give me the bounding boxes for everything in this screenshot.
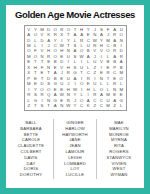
grid-cell[interactable]: C <box>78 104 85 109</box>
puzzle-frame: Golden Age Movie Actresses VYMDOROTHYJSF… <box>0 0 150 194</box>
grid-cell[interactable]: W <box>65 104 72 109</box>
grid-cell[interactable]: L <box>118 104 125 109</box>
grid-cell[interactable]: N <box>58 104 65 109</box>
word-item: WYMAN <box>110 172 127 178</box>
grid-cell[interactable]: C <box>98 104 105 109</box>
grid-cell[interactable]: S <box>39 104 46 109</box>
puzzle-card: Golden Age Movie Actresses VYMDOROTHYJSF… <box>6 5 144 188</box>
word-column-1: BALLBARBARABETTECAROLECLAUDETTECOLBERTDA… <box>9 119 53 179</box>
grid-cell[interactable]: T <box>32 104 39 109</box>
puzzle-title: Golden Age Movie Actresses <box>15 9 135 20</box>
grid-cell[interactable]: Z <box>111 104 118 109</box>
grid-cell[interactable]: Z <box>26 104 33 109</box>
grid-cell[interactable]: K <box>85 104 92 109</box>
grid-cell[interactable]: Y <box>72 104 79 109</box>
grid-cell[interactable]: Z <box>91 104 98 109</box>
letter-grid: VYMDOROTHYJSFAUAOVKRXTAAENAJRODLDAYIYLRC… <box>24 25 127 111</box>
grid-cell[interactable]: T <box>45 104 52 109</box>
word-column-2: GINGERHARLOWHAYWORTHJANEJEANLAMOURLEIGHL… <box>53 119 97 179</box>
grid-cell[interactable]: M <box>105 104 112 109</box>
word-item: LUCILLE <box>66 172 84 178</box>
word-column-3: MAEMARILYNMONROEMYRNARITAROGERSSTANWYCKV… <box>97 119 141 179</box>
word-list: BALLBARBARABETTECAROLECLAUDETTECOLBERTDA… <box>8 119 142 179</box>
grid-cell[interactable]: A <box>52 104 59 109</box>
word-item: DOROTHY <box>20 172 42 178</box>
